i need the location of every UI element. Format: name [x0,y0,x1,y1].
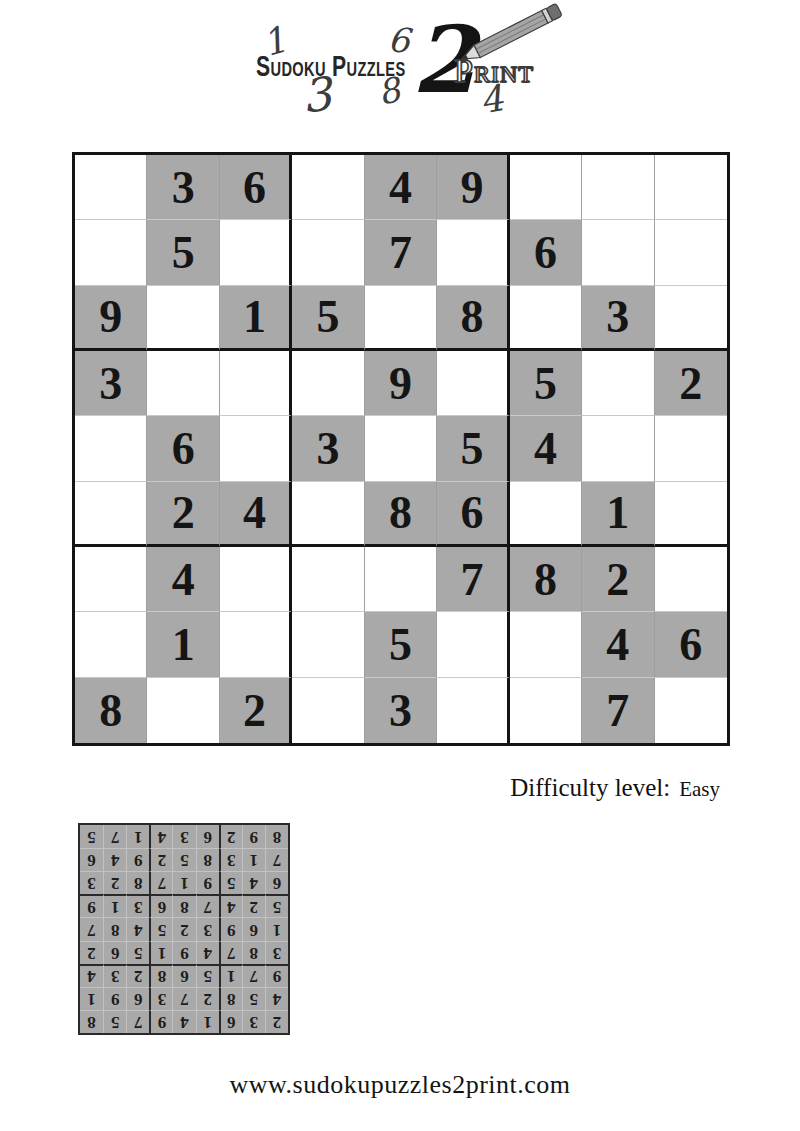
solution-cell-r2c1: 4 [265,987,288,1010]
solution-cell-r4c5: 9 [172,941,195,964]
solution-cell-r3c1: 9 [265,964,288,987]
difficulty: Difficulty level:Easy [510,774,720,802]
sudoku-cell-r4c5: 9 [365,351,437,416]
sudoku-cell-r2c3[interactable] [220,220,292,285]
sudoku-cell-r5c9[interactable] [655,416,727,481]
sudoku-cell-r6c2: 2 [147,482,219,547]
sudoku-cell-r6c8: 1 [582,482,654,547]
solution-cell-r8c6: 2 [149,848,172,871]
sudoku-cell-r3c4: 5 [292,286,364,351]
solution-cell-r6c7: 3 [126,894,149,917]
solution-cell-r7c5: 1 [172,871,195,894]
solution-cell-r7c6: 7 [149,871,172,894]
sudoku-cell-r8c5: 5 [365,612,437,677]
solution-cell-r5c8: 8 [103,917,126,940]
sudoku-cell-r8c8: 4 [582,612,654,677]
sudoku-cell-r5c2: 6 [147,416,219,481]
solution-cell-r7c8: 2 [103,871,126,894]
solution-cell-r2c5: 7 [172,987,195,1010]
sudoku-cell-r9c4[interactable] [292,678,364,743]
sudoku-cell-r6c3: 4 [220,482,292,547]
solution-cell-r5c6: 5 [149,917,172,940]
solution-cell-r4c4: 4 [196,941,219,964]
sudoku-cell-r3c6: 8 [437,286,509,351]
sudoku-cell-r3c9[interactable] [655,286,727,351]
solution-cell-r8c8: 4 [103,848,126,871]
sudoku-cell-r7c6: 7 [437,547,509,612]
sudoku-cell-r5c3[interactable] [220,416,292,481]
difficulty-label: Difficulty level: [510,774,670,801]
solution-cell-r4c1: 3 [265,941,288,964]
sudoku-cell-r7c9[interactable] [655,547,727,612]
solution-cell-r1c2: 3 [242,1010,265,1033]
sudoku-cell-r2c2: 5 [147,220,219,285]
solution-cell-r5c1: 1 [265,917,288,940]
sudoku-cell-r1c9[interactable] [655,155,727,220]
sudoku-cell-r2c6[interactable] [437,220,509,285]
sudoku-cell-r7c5[interactable] [365,547,437,612]
solution-cell-r6c4: 7 [196,894,219,917]
solution-cell-r4c9: 2 [80,941,103,964]
sudoku-cell-r4c4[interactable] [292,351,364,416]
solution-cell-r8c9: 6 [80,848,103,871]
sudoku-cell-r8c3[interactable] [220,612,292,677]
solution-cell-r5c5: 2 [172,917,195,940]
sudoku-cell-r1c1[interactable] [75,155,147,220]
solution-cell-r1c8: 5 [103,1010,126,1033]
sudoku-cell-r6c5: 8 [365,482,437,547]
sudoku-cell-r3c2[interactable] [147,286,219,351]
solution-cell-r7c9: 3 [80,871,103,894]
solution-cell-r3c5: 6 [172,964,195,987]
solution-cell-r8c4: 8 [196,848,219,871]
sudoku-cell-r9c6[interactable] [437,678,509,743]
sudoku-cell-r2c1[interactable] [75,220,147,285]
sudoku-cell-r1c2: 3 [147,155,219,220]
sudoku-cell-r6c9[interactable] [655,482,727,547]
solution-grid: 2361497584582736919715682343874915621693… [78,823,290,1035]
solution-cell-r2c3: 8 [219,987,242,1010]
solution-cell-r6c8: 1 [103,894,126,917]
solution-cell-r8c3: 3 [219,848,242,871]
sudoku-cell-r2c7: 6 [510,220,582,285]
sudoku-cell-r5c4: 3 [292,416,364,481]
solution-cell-r1c4: 1 [196,1010,219,1033]
sudoku-cell-r8c7[interactable] [510,612,582,677]
solution-cell-r9c9: 5 [80,825,103,848]
solution-cell-r2c7: 6 [126,987,149,1010]
sudoku-cell-r9c3: 2 [220,678,292,743]
sudoku-cell-r3c1: 9 [75,286,147,351]
solution-cell-r1c3: 6 [219,1010,242,1033]
solution-cell-r2c6: 3 [149,987,172,1010]
solution-cell-r9c4: 6 [196,825,219,848]
sudoku-cell-r6c1[interactable] [75,482,147,547]
solution-cell-r9c8: 7 [103,825,126,848]
footer-url: www.sudokupuzzles2print.com [0,1070,800,1100]
logo-title: Sudoku Puzzles [256,52,406,81]
sudoku-cell-r8c2: 1 [147,612,219,677]
sudoku-cell-r5c6: 5 [437,416,509,481]
sudoku-cell-r3c5[interactable] [365,286,437,351]
sudoku-grid: 3649576915833952635424861478215468237 [72,152,730,746]
sudoku-cell-r2c5: 7 [365,220,437,285]
solution-cell-r9c7: 1 [126,825,149,848]
sudoku-cell-r4c8[interactable] [582,351,654,416]
sudoku-cell-r4c6[interactable] [437,351,509,416]
solution-cell-r2c4: 2 [196,987,219,1010]
solution-cell-r6c1: 5 [265,894,288,917]
solution-cell-r6c9: 9 [80,894,103,917]
solution-cell-r9c6: 4 [149,825,172,848]
sudoku-cell-r3c7[interactable] [510,286,582,351]
solution-cell-r6c6: 6 [149,894,172,917]
sudoku-cell-r6c6: 6 [437,482,509,547]
sudoku-cell-r2c9[interactable] [655,220,727,285]
solution-cell-r7c4: 9 [196,871,219,894]
solution-cell-r6c5: 8 [172,894,195,917]
sudoku-cell-r4c2[interactable] [147,351,219,416]
sudoku-cell-r7c1[interactable] [75,547,147,612]
solution-cell-r3c7: 2 [126,964,149,987]
solution-cell-r1c7: 7 [126,1010,149,1033]
solution-cell-r2c2: 5 [242,987,265,1010]
sudoku-cell-r7c4[interactable] [292,547,364,612]
sudoku-cell-r4c7: 5 [510,351,582,416]
solution-cell-r1c1: 2 [265,1010,288,1033]
sudoku-cell-r1c6: 9 [437,155,509,220]
solution-cell-r8c7: 9 [126,848,149,871]
sudoku-cell-r5c5[interactable] [365,416,437,481]
sudoku-cell-r8c4[interactable] [292,612,364,677]
solution-cell-r5c9: 7 [80,917,103,940]
solution-cell-r7c7: 8 [126,871,149,894]
solution-cell-r4c8: 6 [103,941,126,964]
sudoku-cell-r8c1[interactable] [75,612,147,677]
sudoku-cell-r6c4[interactable] [292,482,364,547]
solution-cell-r7c2: 4 [242,871,265,894]
sudoku-cell-r9c2[interactable] [147,678,219,743]
sudoku-cell-r2c4[interactable] [292,220,364,285]
sudoku-cell-r1c5: 4 [365,155,437,220]
sudoku-cell-r3c8: 3 [582,286,654,351]
sudoku-cell-r4c1: 3 [75,351,147,416]
solution-cell-r3c3: 1 [219,964,242,987]
sudoku-cell-r1c8[interactable] [582,155,654,220]
solution-cell-r6c3: 4 [219,894,242,917]
solution-cell-r4c3: 7 [219,941,242,964]
solution-cell-r5c7: 4 [126,917,149,940]
solution-cell-r9c3: 2 [219,825,242,848]
sudoku-cell-r4c3[interactable] [220,351,292,416]
solution-cell-r1c9: 8 [80,1010,103,1033]
solution-cell-r7c3: 5 [219,871,242,894]
solution-cell-r3c2: 7 [242,964,265,987]
sudoku-cell-r8c9: 6 [655,612,727,677]
sudoku-cell-r5c8[interactable] [582,416,654,481]
solution-cell-r9c5: 3 [172,825,195,848]
sudoku-cell-r7c2: 4 [147,547,219,612]
sudoku-cell-r4c9: 2 [655,351,727,416]
sudoku-cell-r5c1[interactable] [75,416,147,481]
sudoku-cell-r9c9[interactable] [655,678,727,743]
solution-cell-r4c6: 1 [149,941,172,964]
sudoku-cell-r6c7[interactable] [510,482,582,547]
solution-cell-r9c2: 9 [242,825,265,848]
solution-cell-r8c1: 7 [265,848,288,871]
sudoku-cell-r2c8[interactable] [582,220,654,285]
sudoku-cell-r1c4[interactable] [292,155,364,220]
sudoku-cell-r5c7: 4 [510,416,582,481]
solution-cell-r9c1: 8 [265,825,288,848]
difficulty-value: Easy [679,777,720,801]
sudoku-cell-r1c7[interactable] [510,155,582,220]
sudoku-cell-r7c7: 8 [510,547,582,612]
solution-cell-r5c4: 3 [196,917,219,940]
sudoku-cell-r9c7[interactable] [510,678,582,743]
sudoku-cell-r3c3: 1 [220,286,292,351]
sudoku-cell-r1c3: 6 [220,155,292,220]
sudoku-cell-r8c6[interactable] [437,612,509,677]
solution-cell-r4c7: 5 [126,941,149,964]
sudoku-cell-r7c3[interactable] [220,547,292,612]
solution-cell-r8c2: 1 [242,848,265,871]
solution-cell-r1c5: 4 [172,1010,195,1033]
solution-cell-r3c4: 5 [196,964,219,987]
solution-cell-r1c6: 9 [149,1010,172,1033]
sudoku-cell-r9c1: 8 [75,678,147,743]
solution-cell-r3c6: 8 [149,964,172,987]
solution-cell-r6c2: 2 [242,894,265,917]
solution-cell-r8c5: 5 [172,848,195,871]
logo: 1 3 6 8 4 Sudoku Puzzles 2 Print [240,10,580,118]
sudoku-cell-r9c8: 7 [582,678,654,743]
solution-cell-r2c9: 1 [80,987,103,1010]
solution-cell-r3c9: 4 [80,964,103,987]
pencil-icon [446,2,578,68]
solution-cell-r2c8: 9 [103,987,126,1010]
solution-cell-r7c1: 6 [265,871,288,894]
solution-cell-r5c2: 6 [242,917,265,940]
solution-cell-r4c2: 8 [242,941,265,964]
sudoku-cell-r7c8: 2 [582,547,654,612]
solution-cell-r3c8: 3 [103,964,126,987]
solution-cell-r5c3: 9 [219,917,242,940]
sudoku-cell-r9c5: 3 [365,678,437,743]
